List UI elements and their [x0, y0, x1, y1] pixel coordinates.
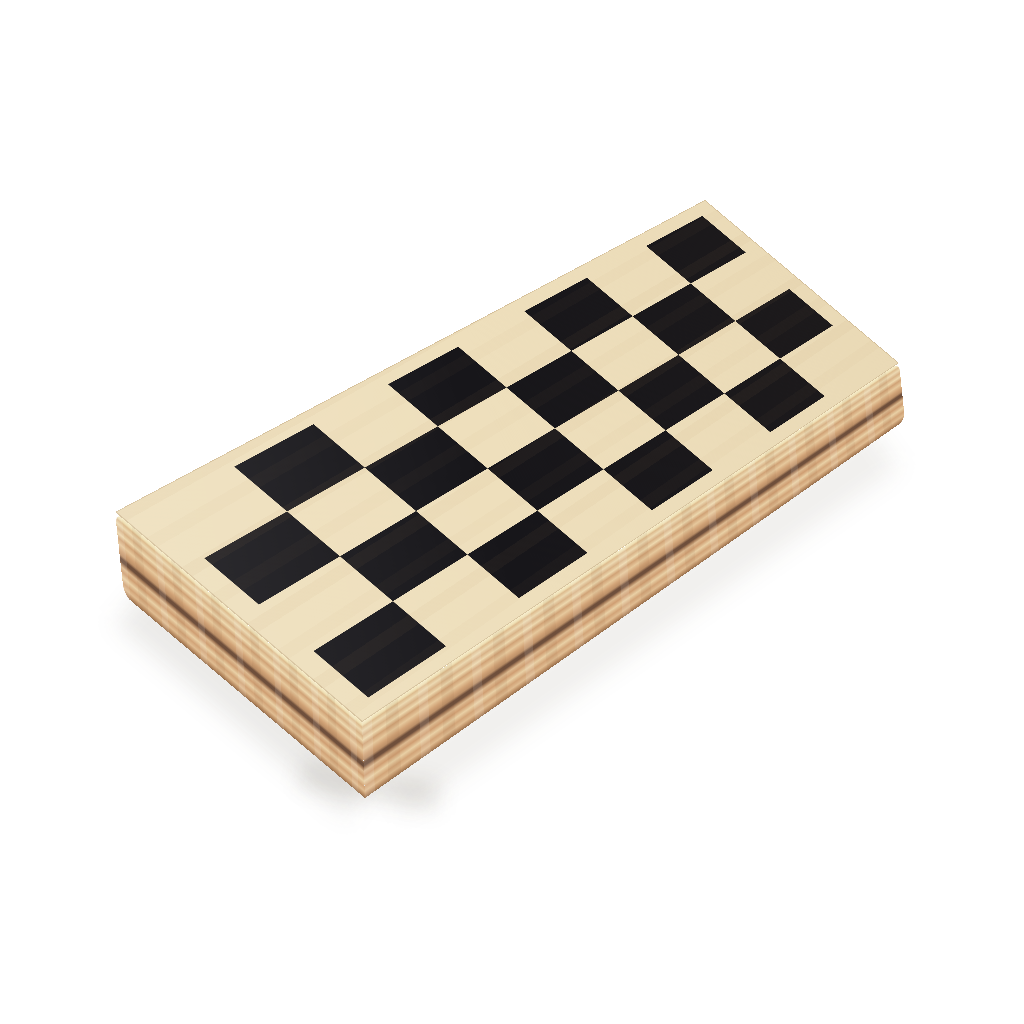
- product-photo-folded-chessboard: [0, 0, 1024, 1024]
